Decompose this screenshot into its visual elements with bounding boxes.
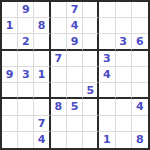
cell-r2c6[interactable] bbox=[83, 18, 99, 34]
cell-r9c5[interactable] bbox=[67, 132, 83, 148]
cell-r1c9[interactable] bbox=[132, 2, 148, 18]
cell-r3c9[interactable]: 6 bbox=[132, 34, 148, 50]
cell-r1c4[interactable] bbox=[51, 2, 67, 18]
cell-r4c9[interactable] bbox=[132, 51, 148, 67]
cell-r9c1[interactable] bbox=[2, 132, 18, 148]
cell-r5c4[interactable] bbox=[51, 67, 67, 83]
cell-r2c5[interactable]: 4 bbox=[67, 18, 83, 34]
cell-r9c9[interactable]: 8 bbox=[132, 132, 148, 148]
cell-r6c5[interactable] bbox=[67, 83, 83, 99]
cell-r2c4[interactable] bbox=[51, 18, 67, 34]
cell-r8c2[interactable] bbox=[18, 116, 34, 132]
cell-r6c2[interactable] bbox=[18, 83, 34, 99]
cell-r1c6[interactable] bbox=[83, 2, 99, 18]
cell-r9c8[interactable] bbox=[116, 132, 132, 148]
cell-r9c3[interactable]: 4 bbox=[34, 132, 50, 148]
cell-r6c8[interactable] bbox=[116, 83, 132, 99]
cell-r8c5[interactable] bbox=[67, 116, 83, 132]
cell-r1c1[interactable] bbox=[2, 2, 18, 18]
sudoku-page: 97184293673931458547418 bbox=[0, 0, 150, 150]
cell-r9c6[interactable] bbox=[83, 132, 99, 148]
cell-r7c8[interactable] bbox=[116, 99, 132, 115]
cell-r2c3[interactable]: 8 bbox=[34, 18, 50, 34]
cell-r8c4[interactable] bbox=[51, 116, 67, 132]
cell-r8c7[interactable] bbox=[99, 116, 115, 132]
cell-r9c4[interactable] bbox=[51, 132, 67, 148]
cell-r2c8[interactable] bbox=[116, 18, 132, 34]
cell-r4c8[interactable] bbox=[116, 51, 132, 67]
cell-r7c1[interactable] bbox=[2, 99, 18, 115]
sudoku-board: 97184293673931458547418 bbox=[0, 0, 150, 150]
cell-r2c1[interactable]: 1 bbox=[2, 18, 18, 34]
cell-r4c1[interactable] bbox=[2, 51, 18, 67]
cell-r5c6[interactable] bbox=[83, 67, 99, 83]
cell-r3c2[interactable]: 2 bbox=[18, 34, 34, 50]
cell-r1c8[interactable] bbox=[116, 2, 132, 18]
cell-r2c9[interactable] bbox=[132, 18, 148, 34]
cell-r6c4[interactable] bbox=[51, 83, 67, 99]
cell-r5c8[interactable] bbox=[116, 67, 132, 83]
cell-r4c2[interactable] bbox=[18, 51, 34, 67]
cell-r6c9[interactable] bbox=[132, 83, 148, 99]
cell-r7c6[interactable] bbox=[83, 99, 99, 115]
cell-r2c2[interactable] bbox=[18, 18, 34, 34]
cell-r6c7[interactable] bbox=[99, 83, 115, 99]
cell-r2c7[interactable] bbox=[99, 18, 115, 34]
cell-r4c6[interactable] bbox=[83, 51, 99, 67]
cell-r7c9[interactable]: 4 bbox=[132, 99, 148, 115]
cell-r8c6[interactable] bbox=[83, 116, 99, 132]
cell-r9c7[interactable]: 1 bbox=[99, 132, 115, 148]
cell-r1c7[interactable] bbox=[99, 2, 115, 18]
cell-r5c1[interactable]: 9 bbox=[2, 67, 18, 83]
cell-r6c3[interactable] bbox=[34, 83, 50, 99]
cell-r9c2[interactable] bbox=[18, 132, 34, 148]
cell-r5c3[interactable]: 1 bbox=[34, 67, 50, 83]
cell-r3c6[interactable] bbox=[83, 34, 99, 50]
cell-r8c3[interactable]: 7 bbox=[34, 116, 50, 132]
cell-r3c4[interactable] bbox=[51, 34, 67, 50]
cell-r1c2[interactable]: 9 bbox=[18, 2, 34, 18]
cell-r4c5[interactable] bbox=[67, 51, 83, 67]
cell-r3c7[interactable] bbox=[99, 34, 115, 50]
cell-r7c7[interactable] bbox=[99, 99, 115, 115]
cell-r1c3[interactable] bbox=[34, 2, 50, 18]
cell-r4c3[interactable] bbox=[34, 51, 50, 67]
cell-r4c4[interactable]: 7 bbox=[51, 51, 67, 67]
cell-r5c9[interactable] bbox=[132, 67, 148, 83]
cell-r8c8[interactable] bbox=[116, 116, 132, 132]
cell-r7c2[interactable] bbox=[18, 99, 34, 115]
cell-r4c7[interactable]: 3 bbox=[99, 51, 115, 67]
cell-r8c9[interactable] bbox=[132, 116, 148, 132]
cell-r6c6[interactable]: 5 bbox=[83, 83, 99, 99]
cell-r5c2[interactable]: 3 bbox=[18, 67, 34, 83]
cell-r3c5[interactable]: 9 bbox=[67, 34, 83, 50]
cell-r5c7[interactable]: 4 bbox=[99, 67, 115, 83]
cell-r6c1[interactable] bbox=[2, 83, 18, 99]
cell-r3c3[interactable] bbox=[34, 34, 50, 50]
cell-r7c3[interactable] bbox=[34, 99, 50, 115]
cell-r1c5[interactable]: 7 bbox=[67, 2, 83, 18]
cell-r5c5[interactable] bbox=[67, 67, 83, 83]
cell-r3c8[interactable]: 3 bbox=[116, 34, 132, 50]
cell-r7c4[interactable]: 8 bbox=[51, 99, 67, 115]
cell-r8c1[interactable] bbox=[2, 116, 18, 132]
cell-r7c5[interactable]: 5 bbox=[67, 99, 83, 115]
cell-r3c1[interactable] bbox=[2, 34, 18, 50]
